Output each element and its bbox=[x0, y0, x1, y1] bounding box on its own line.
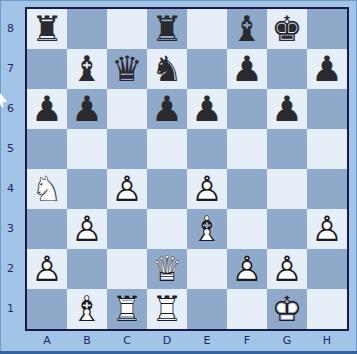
square-g7[interactable] bbox=[267, 49, 307, 89]
square-a5[interactable] bbox=[27, 129, 67, 169]
white-pawn-piece-fill: ♟ bbox=[267, 249, 307, 289]
square-e5[interactable] bbox=[187, 129, 227, 169]
square-h8[interactable] bbox=[307, 9, 347, 49]
square-g1[interactable]: ♚♔ bbox=[267, 289, 307, 329]
square-h3[interactable]: ♟♙ bbox=[307, 209, 347, 249]
white-pawn-piece: ♙ bbox=[27, 249, 67, 289]
black-king-piece: ♚ bbox=[267, 9, 307, 49]
square-b5[interactable] bbox=[67, 129, 107, 169]
square-c5[interactable] bbox=[107, 129, 147, 169]
square-a7[interactable] bbox=[27, 49, 67, 89]
rank-label-1: 1 bbox=[0, 289, 21, 329]
square-b6[interactable]: ♟ bbox=[67, 89, 107, 129]
black-rook-piece: ♜ bbox=[147, 9, 187, 49]
square-c8[interactable] bbox=[107, 9, 147, 49]
square-d2[interactable]: ♛♕ bbox=[147, 249, 187, 289]
square-f8[interactable]: ♝ bbox=[227, 9, 267, 49]
white-pawn-piece: ♙ bbox=[227, 249, 267, 289]
white-pawn-piece: ♙ bbox=[307, 209, 347, 249]
file-label-f: F bbox=[227, 332, 267, 349]
square-c6[interactable] bbox=[107, 89, 147, 129]
rank-labels: 87654321 bbox=[0, 9, 25, 329]
black-bishop-piece: ♝ bbox=[227, 9, 267, 49]
square-g3[interactable] bbox=[267, 209, 307, 249]
rank-label-7: 7 bbox=[0, 49, 21, 89]
black-pawn-piece: ♟ bbox=[67, 89, 107, 129]
rank-label-3: 3 bbox=[0, 209, 21, 249]
square-c1[interactable]: ♜♖ bbox=[107, 289, 147, 329]
white-pawn-piece-fill: ♟ bbox=[107, 169, 147, 209]
square-a2[interactable]: ♟♙ bbox=[27, 249, 67, 289]
square-d5[interactable] bbox=[147, 129, 187, 169]
white-rook-piece: ♖ bbox=[147, 289, 187, 329]
black-pawn-piece: ♟ bbox=[307, 49, 347, 89]
square-e1[interactable] bbox=[187, 289, 227, 329]
square-b4[interactable] bbox=[67, 169, 107, 209]
file-label-g: G bbox=[267, 332, 307, 349]
square-h6[interactable] bbox=[307, 89, 347, 129]
square-f5[interactable] bbox=[227, 129, 267, 169]
square-f3[interactable] bbox=[227, 209, 267, 249]
white-king-piece: ♔ bbox=[267, 289, 307, 329]
square-e7[interactable] bbox=[187, 49, 227, 89]
square-d6[interactable]: ♟ bbox=[147, 89, 187, 129]
white-pawn-piece-fill: ♟ bbox=[307, 209, 347, 249]
chess-diagram: 87654321 ♜♜♝♚♝♛♞♟♟♟♟♟♟♟♞♘♟♙♟♙♟♙♝♗♟♙♟♙♛♕♟… bbox=[0, 0, 357, 354]
square-d7[interactable]: ♞ bbox=[147, 49, 187, 89]
black-rook-piece: ♜ bbox=[27, 9, 67, 49]
white-knight-piece-fill: ♞ bbox=[27, 169, 67, 209]
black-bishop-piece: ♝ bbox=[67, 49, 107, 89]
square-b2[interactable] bbox=[67, 249, 107, 289]
square-e8[interactable] bbox=[187, 9, 227, 49]
square-a1[interactable] bbox=[27, 289, 67, 329]
square-c2[interactable] bbox=[107, 249, 147, 289]
white-pawn-piece-fill: ♟ bbox=[187, 169, 227, 209]
rank-label-8: 8 bbox=[0, 9, 21, 49]
square-g5[interactable] bbox=[267, 129, 307, 169]
black-pawn-piece: ♟ bbox=[227, 49, 267, 89]
white-pawn-piece: ♙ bbox=[187, 169, 227, 209]
rank-label-4: 4 bbox=[0, 169, 21, 209]
square-e2[interactable] bbox=[187, 249, 227, 289]
square-g6[interactable]: ♟ bbox=[267, 89, 307, 129]
file-label-a: A bbox=[27, 332, 67, 349]
square-h1[interactable] bbox=[307, 289, 347, 329]
square-c3[interactable] bbox=[107, 209, 147, 249]
square-b8[interactable] bbox=[67, 9, 107, 49]
square-d1[interactable]: ♜♖ bbox=[147, 289, 187, 329]
square-f2[interactable]: ♟♙ bbox=[227, 249, 267, 289]
square-b3[interactable]: ♟♙ bbox=[67, 209, 107, 249]
white-pawn-piece: ♙ bbox=[267, 249, 307, 289]
file-label-c: C bbox=[107, 332, 147, 349]
square-h5[interactable] bbox=[307, 129, 347, 169]
black-pawn-piece: ♟ bbox=[267, 89, 307, 129]
white-pawn-piece: ♙ bbox=[67, 209, 107, 249]
white-bishop-piece-fill: ♝ bbox=[67, 289, 107, 329]
square-g2[interactable]: ♟♙ bbox=[267, 249, 307, 289]
square-f4[interactable] bbox=[227, 169, 267, 209]
black-queen-piece: ♛ bbox=[107, 49, 147, 89]
square-h2[interactable] bbox=[307, 249, 347, 289]
square-d8[interactable]: ♜ bbox=[147, 9, 187, 49]
black-pawn-piece: ♟ bbox=[27, 89, 67, 129]
square-g4[interactable] bbox=[267, 169, 307, 209]
white-queen-piece-fill: ♛ bbox=[147, 249, 187, 289]
square-b1[interactable]: ♝♗ bbox=[67, 289, 107, 329]
black-knight-piece: ♞ bbox=[147, 49, 187, 89]
square-d3[interactable] bbox=[147, 209, 187, 249]
white-pawn-piece-fill: ♟ bbox=[27, 249, 67, 289]
square-g8[interactable]: ♚ bbox=[267, 9, 307, 49]
square-a6[interactable]: ♟ bbox=[27, 89, 67, 129]
file-label-d: D bbox=[147, 332, 187, 349]
board: ♜♜♝♚♝♛♞♟♟♟♟♟♟♟♞♘♟♙♟♙♟♙♝♗♟♙♟♙♛♕♟♙♟♙♝♗♜♖♜♖… bbox=[25, 7, 349, 331]
square-c4[interactable]: ♟♙ bbox=[107, 169, 147, 209]
white-pawn-piece: ♙ bbox=[107, 169, 147, 209]
square-f6[interactable] bbox=[227, 89, 267, 129]
white-queen-piece: ♕ bbox=[147, 249, 187, 289]
white-rook-piece: ♖ bbox=[107, 289, 147, 329]
white-bishop-piece: ♗ bbox=[187, 209, 227, 249]
white-rook-piece-fill: ♜ bbox=[107, 289, 147, 329]
rank-label-2: 2 bbox=[0, 249, 21, 289]
white-pawn-piece-fill: ♟ bbox=[67, 209, 107, 249]
black-pawn-piece: ♟ bbox=[187, 89, 227, 129]
square-b7[interactable]: ♝ bbox=[67, 49, 107, 89]
white-pawn-piece-fill: ♟ bbox=[227, 249, 267, 289]
square-e4[interactable]: ♟♙ bbox=[187, 169, 227, 209]
white-knight-piece: ♘ bbox=[27, 169, 67, 209]
white-bishop-piece: ♗ bbox=[67, 289, 107, 329]
square-e3[interactable]: ♝♗ bbox=[187, 209, 227, 249]
square-f1[interactable] bbox=[227, 289, 267, 329]
square-a8[interactable]: ♜ bbox=[27, 9, 67, 49]
file-labels: ABCDEFGH bbox=[27, 332, 347, 349]
square-c7[interactable]: ♛ bbox=[107, 49, 147, 89]
square-e6[interactable]: ♟ bbox=[187, 89, 227, 129]
rank-label-6: 6 bbox=[0, 89, 21, 129]
square-h7[interactable]: ♟ bbox=[307, 49, 347, 89]
file-label-b: B bbox=[67, 332, 107, 349]
file-label-h: H bbox=[307, 332, 347, 349]
black-pawn-piece: ♟ bbox=[147, 89, 187, 129]
square-d4[interactable] bbox=[147, 169, 187, 209]
rank-label-5: 5 bbox=[0, 129, 21, 169]
square-h4[interactable] bbox=[307, 169, 347, 209]
white-bishop-piece-fill: ♝ bbox=[187, 209, 227, 249]
square-a4[interactable]: ♞♘ bbox=[27, 169, 67, 209]
file-label-e: E bbox=[187, 332, 227, 349]
square-f7[interactable]: ♟ bbox=[227, 49, 267, 89]
square-a3[interactable] bbox=[27, 209, 67, 249]
white-king-piece-fill: ♚ bbox=[267, 289, 307, 329]
white-rook-piece-fill: ♜ bbox=[147, 289, 187, 329]
